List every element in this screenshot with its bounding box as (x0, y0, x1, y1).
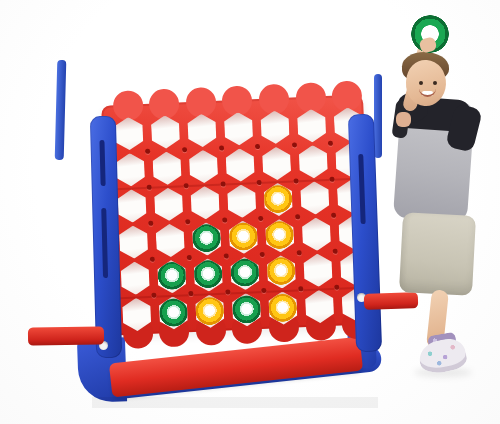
child-leg (426, 289, 449, 348)
board-cell-r4c4[interactable] (227, 220, 259, 254)
ground-shadow (92, 397, 378, 408)
green-disc (157, 262, 187, 292)
board-cell-r6c1[interactable] (121, 297, 153, 331)
child-shirt-shoulders (396, 95, 472, 132)
board-cell-r4c6[interactable] (300, 217, 332, 251)
child-shorts (399, 212, 476, 296)
board-cell-r2c2[interactable] (151, 151, 183, 185)
left-stack-base (28, 326, 104, 345)
child-grip-hand-shadow (391, 99, 411, 139)
board-cell-r1c5[interactable] (259, 110, 291, 144)
board-cell-r4c5[interactable] (264, 219, 296, 253)
board-cell-r2c1[interactable] (114, 153, 146, 187)
child-hand-holding-disc (418, 36, 437, 54)
board-cell-r4c1[interactable] (117, 225, 149, 259)
held-green-disc (408, 12, 453, 55)
child-eye-left (419, 81, 423, 85)
yellow-disc-storage-stack[interactable] (42, 148, 88, 329)
board-cell-r3c2[interactable] (152, 187, 184, 221)
board-hole-grid (101, 94, 373, 335)
child-head (405, 59, 447, 107)
board-cell-r5c2[interactable] (156, 260, 188, 294)
yellow-disc (265, 221, 295, 251)
right-stack-base (364, 292, 419, 310)
yellow-disc (195, 296, 225, 326)
board-cell-r5c4[interactable] (229, 256, 261, 290)
upright-slot (99, 140, 105, 186)
connect-four-board (101, 94, 373, 335)
board-cell-r2c3[interactable] (187, 149, 219, 183)
board-cell-r6c5[interactable] (267, 291, 299, 325)
board-cell-r6c3[interactable] (194, 294, 226, 328)
board-cell-r3c1[interactable] (116, 189, 148, 223)
green-disc-storage-stack[interactable] (371, 148, 404, 295)
yellow-disc (266, 257, 296, 287)
board-cell-r1c4[interactable] (222, 112, 254, 146)
product-photo-stage (0, 0, 500, 424)
board-cell-r5c3[interactable] (192, 258, 224, 292)
board-cell-r3c4[interactable] (225, 184, 257, 218)
board-cell-r1c1[interactable] (113, 116, 145, 150)
child-hair (402, 52, 449, 82)
yellow-disc (228, 222, 258, 252)
green-disc (230, 258, 260, 288)
child-smile (419, 88, 436, 97)
board-cell-r4c3[interactable] (190, 222, 222, 256)
board-cell-r3c6[interactable] (299, 181, 331, 215)
child-left-sleeve (394, 88, 432, 127)
board-cell-r6c4[interactable] (230, 293, 262, 327)
board-cell-r4c2[interactable] (154, 223, 186, 257)
yellow-disc (268, 293, 298, 323)
board-cell-r6c6[interactable] (303, 289, 335, 323)
child-right-sleeve (445, 103, 483, 152)
upright-slot (358, 154, 365, 224)
board-cell-r2c6[interactable] (297, 145, 329, 179)
board-cell-r5c5[interactable] (265, 255, 297, 289)
board-cell-r6c2[interactable] (157, 296, 189, 330)
child-torso-shirt (393, 98, 475, 223)
board-cell-r1c6[interactable] (295, 108, 327, 142)
child-fist (396, 112, 411, 127)
green-disc (193, 260, 223, 290)
board-cell-r5c1[interactable] (119, 261, 151, 295)
child-eye-right (433, 81, 437, 85)
child-clog-shoe (416, 335, 469, 376)
board-cell-r2c5[interactable] (260, 146, 292, 180)
upright-slot (101, 208, 108, 278)
shoe-shadow (414, 368, 472, 377)
board-cell-r2c4[interactable] (224, 148, 256, 182)
yellow-disc (263, 184, 293, 214)
board-cell-r3c5[interactable] (262, 182, 294, 216)
disc-catch-tray (109, 336, 363, 397)
child-smile-teeth (422, 91, 433, 96)
board-cell-r3c3[interactable] (189, 186, 221, 220)
green-disc (231, 295, 261, 325)
child-raised-arm (402, 37, 435, 112)
board-cell-r5c6[interactable] (302, 253, 334, 287)
child-sock (427, 332, 457, 350)
left-storage-rod (55, 60, 67, 160)
board-cell-r1c2[interactable] (149, 115, 181, 149)
green-disc (158, 298, 188, 328)
right-storage-rod (374, 74, 382, 158)
green-disc (192, 224, 222, 254)
board-cell-r1c3[interactable] (186, 113, 218, 147)
